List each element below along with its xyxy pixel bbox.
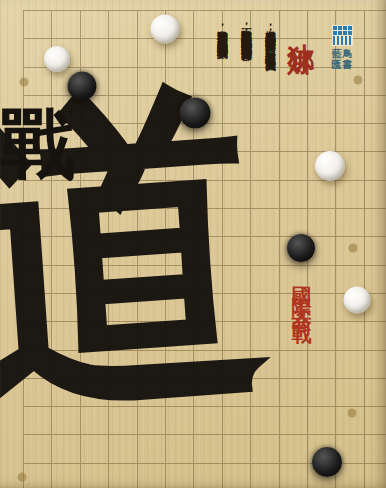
goban-cell <box>308 209 336 237</box>
publisher-char: 匯 <box>331 59 342 70</box>
goban-cell <box>52 11 80 39</box>
goban-cell <box>81 464 109 488</box>
goban-cell <box>365 96 386 124</box>
goban-cell <box>81 11 109 39</box>
goban-cell <box>336 96 364 124</box>
goban-cell <box>308 322 336 350</box>
goban-cell <box>280 209 308 237</box>
publisher-char: 藍 <box>331 48 342 59</box>
goban-cell <box>365 237 386 265</box>
goban-cell <box>24 464 52 488</box>
goban-cell <box>365 39 386 67</box>
goban-cell <box>336 322 364 350</box>
goban-cell <box>280 96 308 124</box>
publisher-emblem-icon <box>332 25 353 46</box>
goban-cell <box>280 435 308 463</box>
goban-cell <box>251 464 279 488</box>
goban-cell <box>308 124 336 152</box>
goban-cell <box>365 181 386 209</box>
goban-cell <box>365 11 386 39</box>
goban-cell <box>52 464 80 488</box>
goban-cell <box>336 351 364 379</box>
goban-cell <box>223 464 251 488</box>
goban-cell <box>81 39 109 67</box>
goban-cell <box>280 351 308 379</box>
black-stone <box>312 447 342 477</box>
goban-cell <box>365 407 386 435</box>
goban-cell <box>109 11 137 39</box>
star-point <box>349 244 358 253</box>
black-stone <box>180 98 211 129</box>
blurb-column-2: 一場國際大商戰，牽涉中英談判重要人物交鋒，狄娜施展渾身解數的同時，卻又得面對自身… <box>234 24 258 440</box>
goban-cell <box>280 68 308 96</box>
goban-cell <box>365 379 386 407</box>
goban-cell <box>308 68 336 96</box>
goban-cell <box>308 96 336 124</box>
goban-cell <box>280 379 308 407</box>
goban-cell <box>365 124 386 152</box>
goban-cell <box>336 379 364 407</box>
goban-cell <box>280 124 308 152</box>
goban-cell <box>365 68 386 96</box>
star-point <box>348 409 357 418</box>
blurb-column-3: 困局和考驗，在迸發的亮光中，讓我們看到了堪稱一代奇女子的大氣魄。 <box>210 24 234 440</box>
goban-cell <box>280 152 308 180</box>
goban-cell <box>166 464 194 488</box>
blurb-text-block: 中國處處商機，而且是使人瞠目結舌的大商機，然而，一如《紅樓夢》所言，大有大的難處… <box>210 24 282 440</box>
goban-cell <box>308 351 336 379</box>
goban-cell <box>280 322 308 350</box>
publisher-char: 鳥 <box>342 48 353 59</box>
goban-cell <box>308 181 336 209</box>
goban-cell <box>280 464 308 488</box>
book-cover: 道 戰 中國處處商機，而且是使人瞠目結舌的大商機，然而，一如《紅樓夢》所言，大有… <box>0 0 386 488</box>
publisher-char: 書 <box>342 59 353 70</box>
goban-cell <box>308 379 336 407</box>
book-title: 國際大商戰 <box>290 270 313 318</box>
goban-cell <box>365 209 386 237</box>
goban-cell <box>336 181 364 209</box>
blurb-column-1: 中國處處商機，而且是使人瞠目結舌的大商機，然而，一如《紅樓夢》所言，大有大的難處… <box>258 24 282 440</box>
goban-cell <box>280 407 308 435</box>
publisher-name-grid: 鳥 藍 書 匯 <box>331 48 353 70</box>
black-stone <box>68 72 97 101</box>
goban-cell <box>365 152 386 180</box>
white-stone <box>315 151 345 181</box>
star-point <box>354 76 363 85</box>
goban-cell <box>138 464 166 488</box>
goban-cell <box>336 124 364 152</box>
goban-cell <box>24 11 52 39</box>
goban-cell <box>138 435 166 463</box>
goban-cell <box>365 351 386 379</box>
goban-cell <box>336 209 364 237</box>
star-point <box>18 473 27 482</box>
goban-cell <box>109 464 137 488</box>
goban-cell <box>365 464 386 488</box>
goban-cell <box>280 181 308 209</box>
white-stone <box>44 46 70 72</box>
author-name: 狄娜 <box>285 22 315 34</box>
goban-cell <box>365 322 386 350</box>
goban-cell <box>280 39 308 67</box>
goban-cell <box>166 435 194 463</box>
black-stone <box>287 234 315 262</box>
white-stone <box>344 287 371 314</box>
goban-cell <box>365 266 386 294</box>
goban-cell <box>194 464 222 488</box>
goban-cell <box>365 435 386 463</box>
publisher-logo: 鳥 藍 書 匯 <box>330 25 354 70</box>
headline-zhan-glyph: 戰 <box>0 106 76 182</box>
goban-cell <box>308 407 336 435</box>
white-stone <box>151 15 180 44</box>
